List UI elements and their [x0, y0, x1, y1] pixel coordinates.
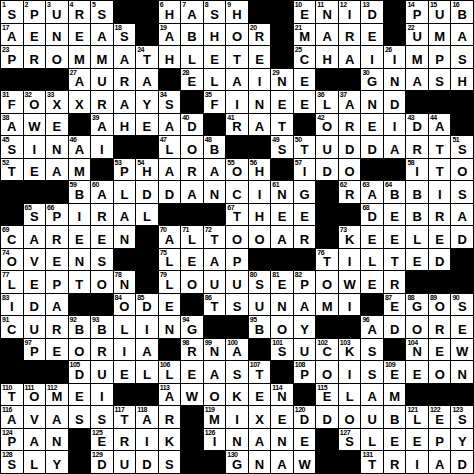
grid-cell[interactable]: 31F [1, 91, 23, 113]
grid-cell[interactable]: A [181, 181, 203, 203]
grid-cell[interactable]: D [24, 294, 46, 316]
grid-cell[interactable]: 12I [339, 1, 361, 23]
grid-cell[interactable]: D [136, 181, 158, 203]
grid-cell[interactable]: E [46, 114, 68, 136]
grid-cell[interactable]: 26I [384, 46, 406, 68]
grid-cell[interactable]: D [429, 249, 451, 271]
grid-cell[interactable]: M [384, 384, 406, 406]
grid-cell[interactable]: S [91, 406, 113, 428]
grid-cell[interactable]: O [271, 316, 293, 338]
grid-cell[interactable]: A [451, 204, 473, 226]
grid-cell[interactable]: O [249, 226, 271, 248]
grid-cell[interactable]: E [451, 316, 473, 338]
grid-cell[interactable]: E [361, 114, 383, 136]
grid-cell[interactable]: W [181, 384, 203, 406]
grid-cell[interactable]: R [91, 91, 113, 113]
grid-cell[interactable]: N [271, 429, 293, 451]
grid-cell[interactable]: E [24, 24, 46, 46]
grid-cell[interactable]: 116A [1, 406, 23, 428]
grid-cell[interactable]: R [114, 69, 136, 91]
grid-cell[interactable]: L [361, 429, 383, 451]
grid-cell[interactable]: 27A [69, 69, 91, 91]
grid-cell[interactable]: A [136, 69, 158, 91]
grid-cell[interactable]: 56H [249, 159, 271, 181]
grid-cell[interactable]: 8S [204, 1, 226, 23]
grid-cell[interactable]: I [136, 316, 158, 338]
grid-cell[interactable]: I [339, 249, 361, 271]
grid-cell[interactable]: 125E [91, 429, 113, 451]
grid-cell[interactable]: D [316, 159, 338, 181]
grid-cell[interactable]: 65S [24, 204, 46, 226]
grid-cell[interactable]: P [46, 271, 68, 293]
grid-cell[interactable]: B [406, 181, 428, 203]
grid-cell[interactable]: 66P [46, 204, 68, 226]
grid-cell[interactable]: M [69, 159, 91, 181]
grid-cell[interactable]: M [316, 294, 338, 316]
grid-cell[interactable]: 7A [181, 1, 203, 23]
grid-cell[interactable]: 103K [339, 339, 361, 361]
grid-cell[interactable]: R [429, 204, 451, 226]
grid-cell[interactable]: R [384, 451, 406, 473]
grid-cell[interactable]: N [46, 24, 68, 46]
grid-cell[interactable]: B [181, 24, 203, 46]
grid-cell[interactable]: 42O [316, 114, 338, 136]
grid-cell[interactable]: W [294, 451, 316, 473]
grid-cell[interactable]: A [451, 24, 473, 46]
grid-cell[interactable]: 111O [24, 384, 46, 406]
grid-cell[interactable]: L [114, 316, 136, 338]
grid-cell[interactable]: N [384, 69, 406, 91]
grid-cell[interactable]: I [249, 69, 271, 91]
grid-cell[interactable]: 24T [136, 46, 158, 68]
grid-cell[interactable]: A [114, 91, 136, 113]
grid-cell[interactable]: 71L [181, 226, 203, 248]
grid-cell[interactable]: 30G [361, 69, 383, 91]
grid-cell[interactable]: 38A [1, 114, 23, 136]
grid-cell[interactable]: A [114, 46, 136, 68]
grid-cell[interactable]: O [429, 361, 451, 383]
grid-cell[interactable]: S [451, 46, 473, 68]
grid-cell[interactable]: V [24, 406, 46, 428]
grid-cell[interactable]: R [339, 24, 361, 46]
grid-cell[interactable]: 16B [451, 1, 473, 23]
grid-cell[interactable]: E [114, 361, 136, 383]
grid-cell[interactable]: A [249, 429, 271, 451]
grid-cell[interactable]: 99N [204, 339, 226, 361]
grid-cell[interactable]: R [384, 271, 406, 293]
grid-cell[interactable]: W [451, 339, 473, 361]
grid-cell[interactable]: 120D [294, 406, 316, 428]
grid-cell[interactable]: 37A [339, 91, 361, 113]
grid-cell[interactable]: 13D [361, 1, 383, 23]
grid-cell[interactable]: H [204, 24, 226, 46]
grid-cell[interactable]: 67T [226, 204, 248, 226]
grid-cell[interactable]: A [294, 294, 316, 316]
grid-cell[interactable]: K [159, 429, 181, 451]
grid-cell[interactable]: 6H [159, 1, 181, 23]
grid-cell[interactable]: 59B [69, 181, 91, 203]
grid-cell[interactable]: A [271, 226, 293, 248]
grid-cell[interactable]: 91C [1, 316, 23, 338]
grid-cell[interactable]: 95B [249, 316, 271, 338]
grid-cell[interactable]: O [69, 339, 91, 361]
grid-cell[interactable]: N [114, 226, 136, 248]
grid-cell[interactable]: T [384, 249, 406, 271]
grid-cell[interactable]: I [249, 181, 271, 203]
grid-cell[interactable]: P [429, 429, 451, 451]
grid-cell[interactable]: N [451, 361, 473, 383]
grid-cell[interactable]: E [361, 271, 383, 293]
grid-cell[interactable]: A [46, 406, 68, 428]
grid-cell[interactable]: 78N [114, 271, 136, 293]
grid-cell[interactable]: A [46, 159, 68, 181]
grid-cell[interactable]: P [429, 46, 451, 68]
grid-cell[interactable]: 92B [69, 316, 91, 338]
grid-cell[interactable]: T [429, 136, 451, 158]
grid-cell[interactable]: T [226, 46, 248, 68]
grid-cell[interactable]: 57I [294, 159, 316, 181]
grid-cell[interactable]: U [24, 316, 46, 338]
grid-cell[interactable]: D [384, 91, 406, 113]
grid-cell[interactable]: A [249, 114, 271, 136]
grid-cell[interactable]: L [406, 226, 428, 248]
grid-cell[interactable]: 36L [316, 91, 338, 113]
grid-cell[interactable]: E [384, 429, 406, 451]
grid-cell[interactable]: I [91, 384, 113, 406]
grid-cell[interactable]: O [181, 136, 203, 158]
grid-cell[interactable]: U [91, 361, 113, 383]
grid-cell[interactable]: A [159, 159, 181, 181]
grid-cell[interactable]: 98R [181, 339, 203, 361]
grid-cell[interactable]: N [226, 429, 248, 451]
grid-cell[interactable]: 108P [294, 361, 316, 383]
grid-cell[interactable]: 58I [406, 159, 428, 181]
grid-cell[interactable]: 51S [451, 136, 473, 158]
grid-cell[interactable]: E [181, 361, 203, 383]
grid-cell[interactable]: X [249, 406, 271, 428]
grid-cell[interactable]: D [361, 136, 383, 158]
grid-cell[interactable]: E [271, 91, 293, 113]
grid-cell[interactable]: 9H [226, 1, 248, 23]
grid-cell[interactable]: 28E [181, 69, 203, 91]
grid-cell[interactable]: N [271, 294, 293, 316]
grid-cell[interactable]: 46A [69, 136, 91, 158]
grid-cell[interactable]: A [114, 204, 136, 226]
grid-cell[interactable]: N [69, 249, 91, 271]
grid-cell[interactable]: 60A [91, 181, 113, 203]
grid-cell[interactable]: 84O [114, 294, 136, 316]
grid-cell[interactable]: 94G [181, 316, 203, 338]
grid-cell[interactable]: 96A [361, 316, 383, 338]
grid-cell[interactable]: 73K [339, 226, 361, 248]
grid-cell[interactable]: P [226, 249, 248, 271]
grid-cell[interactable]: W [339, 271, 361, 293]
grid-cell[interactable]: A [24, 226, 46, 248]
grid-cell[interactable]: R [339, 114, 361, 136]
grid-cell[interactable]: E [271, 204, 293, 226]
grid-cell[interactable]: 15U [429, 1, 451, 23]
grid-cell[interactable]: E [429, 226, 451, 248]
grid-cell[interactable]: R [24, 46, 46, 68]
grid-cell[interactable]: I [226, 91, 248, 113]
grid-cell[interactable]: 126I [204, 429, 226, 451]
grid-cell[interactable]: 106L [159, 361, 181, 383]
grid-cell[interactable]: U [249, 294, 271, 316]
grid-cell[interactable]: S [226, 361, 248, 383]
grid-cell[interactable]: 20R [249, 24, 271, 46]
grid-cell[interactable]: A [271, 451, 293, 473]
grid-cell[interactable]: L [181, 46, 203, 68]
grid-cell[interactable]: 102C [316, 339, 338, 361]
grid-cell[interactable]: 118A [136, 406, 158, 428]
grid-cell[interactable]: U [226, 271, 248, 293]
grid-cell[interactable]: A [226, 69, 248, 91]
grid-cell[interactable]: R [159, 406, 181, 428]
grid-cell[interactable]: 128S [1, 451, 23, 473]
grid-cell[interactable]: 129D [91, 451, 113, 473]
grid-cell[interactable]: A [204, 159, 226, 181]
grid-cell[interactable]: M [406, 46, 428, 68]
grid-cell[interactable]: B [384, 406, 406, 428]
grid-cell[interactable]: E [294, 69, 316, 91]
grid-cell[interactable]: O [226, 226, 248, 248]
grid-cell[interactable]: 119M [204, 406, 226, 428]
grid-cell[interactable]: 76T [316, 249, 338, 271]
grid-cell[interactable]: O [91, 271, 113, 293]
grid-cell[interactable]: 3U [46, 1, 68, 23]
grid-cell[interactable]: C [226, 181, 248, 203]
grid-cell[interactable]: S [451, 181, 473, 203]
grid-cell[interactable]: 90S [451, 294, 473, 316]
grid-cell[interactable]: L [136, 361, 158, 383]
grid-cell[interactable]: A [316, 24, 338, 46]
grid-cell[interactable]: N [159, 316, 181, 338]
grid-cell[interactable]: D [159, 181, 181, 203]
grid-cell[interactable]: R [294, 226, 316, 248]
grid-cell[interactable]: 17A [1, 24, 23, 46]
grid-cell[interactable]: L [114, 181, 136, 203]
grid-cell[interactable]: O [46, 46, 68, 68]
grid-cell[interactable]: 44A [429, 114, 451, 136]
grid-cell[interactable]: E [406, 249, 428, 271]
grid-cell[interactable]: R [406, 136, 428, 158]
grid-cell[interactable]: U [91, 69, 113, 91]
grid-cell[interactable]: 47L [159, 136, 181, 158]
grid-cell[interactable]: M [91, 46, 113, 68]
grid-cell[interactable]: 18S [114, 24, 136, 46]
grid-cell[interactable]: E [91, 226, 113, 248]
grid-cell[interactable]: 74O [1, 249, 23, 271]
grid-cell[interactable]: N [46, 136, 68, 158]
grid-cell[interactable]: E [384, 204, 406, 226]
grid-cell[interactable]: E [69, 226, 91, 248]
grid-cell[interactable]: A [339, 46, 361, 68]
grid-cell[interactable]: R [429, 316, 451, 338]
grid-cell[interactable]: D [136, 451, 158, 473]
grid-cell[interactable]: O [406, 316, 428, 338]
grid-cell[interactable]: A [429, 451, 451, 473]
grid-cell[interactable]: 14P [406, 1, 428, 23]
grid-cell[interactable]: N [361, 91, 383, 113]
grid-cell[interactable]: H [159, 46, 181, 68]
grid-cell[interactable]: N [249, 451, 271, 473]
grid-cell[interactable]: 32O [24, 91, 46, 113]
grid-cell[interactable]: 110T [1, 384, 23, 406]
grid-cell[interactable]: 69C [1, 226, 23, 248]
grid-cell[interactable]: R [46, 316, 68, 338]
grid-cell[interactable]: 112M [46, 384, 68, 406]
grid-cell[interactable]: I [361, 46, 383, 68]
grid-cell[interactable]: N [249, 91, 271, 113]
grid-cell[interactable]: S [91, 249, 113, 271]
grid-cell[interactable]: D [451, 226, 473, 248]
grid-cell[interactable]: E [46, 249, 68, 271]
grid-cell[interactable]: 79L [159, 271, 181, 293]
grid-cell[interactable]: 82P [294, 271, 316, 293]
grid-cell[interactable]: E [69, 384, 91, 406]
grid-cell[interactable]: 64B [384, 181, 406, 203]
grid-cell[interactable]: 104N [406, 339, 428, 361]
grid-cell[interactable]: E [159, 294, 181, 316]
grid-cell[interactable]: O [181, 271, 203, 293]
grid-cell[interactable]: E [136, 114, 158, 136]
grid-cell[interactable]: D [339, 136, 361, 158]
grid-cell[interactable]: 54H [136, 159, 158, 181]
grid-cell[interactable]: E [24, 271, 46, 293]
grid-cell[interactable]: N [204, 181, 226, 203]
grid-cell[interactable]: I [384, 114, 406, 136]
grid-cell[interactable]: E [429, 339, 451, 361]
grid-cell[interactable]: 97P [24, 339, 46, 361]
grid-cell[interactable]: 29N [271, 69, 293, 91]
grid-cell[interactable]: N [46, 429, 68, 451]
grid-cell[interactable]: Y [451, 429, 473, 451]
grid-cell[interactable]: 86T [204, 294, 226, 316]
grid-cell[interactable]: D [316, 406, 338, 428]
grid-cell[interactable]: 85D [136, 294, 158, 316]
grid-cell[interactable]: O [204, 384, 226, 406]
grid-cell[interactable]: E [294, 429, 316, 451]
grid-cell[interactable]: I [69, 204, 91, 226]
grid-cell[interactable]: A [91, 24, 113, 46]
grid-cell[interactable]: 105D [69, 361, 91, 383]
grid-cell[interactable]: E [406, 361, 428, 383]
grid-cell[interactable]: L [136, 204, 158, 226]
grid-cell[interactable]: 25C [294, 46, 316, 68]
grid-cell[interactable]: R [91, 204, 113, 226]
grid-cell[interactable]: U [316, 136, 338, 158]
grid-cell[interactable]: 4R [69, 1, 91, 23]
grid-cell[interactable]: I [24, 136, 46, 158]
grid-cell[interactable]: 33X [46, 91, 68, 113]
grid-cell[interactable]: E [249, 384, 271, 406]
grid-cell[interactable]: 75L [159, 249, 181, 271]
grid-cell[interactable]: A [384, 136, 406, 158]
grid-cell[interactable]: 52T [1, 159, 23, 181]
grid-cell[interactable]: A [361, 384, 383, 406]
grid-cell[interactable]: 23P [1, 46, 23, 68]
grid-cell[interactable]: 11N [316, 1, 338, 23]
grid-cell[interactable]: 49S [271, 136, 293, 158]
grid-cell[interactable]: V [24, 249, 46, 271]
grid-cell[interactable]: E [361, 226, 383, 248]
grid-cell[interactable]: L [24, 451, 46, 473]
grid-cell[interactable]: R [91, 339, 113, 361]
grid-cell[interactable]: A [204, 361, 226, 383]
grid-cell[interactable]: E [271, 406, 293, 428]
grid-cell[interactable]: S [429, 69, 451, 91]
grid-cell[interactable]: E [406, 429, 428, 451]
grid-cell[interactable]: E [294, 204, 316, 226]
grid-cell[interactable]: Y [136, 91, 158, 113]
grid-cell[interactable]: S [361, 361, 383, 383]
grid-cell[interactable]: O [339, 406, 361, 428]
grid-cell[interactable]: 87E [384, 294, 406, 316]
grid-cell[interactable]: 41R [226, 114, 248, 136]
grid-cell[interactable]: 53P [114, 159, 136, 181]
grid-cell[interactable]: 89O [429, 294, 451, 316]
grid-cell[interactable]: 113A [159, 384, 181, 406]
grid-cell[interactable]: R [46, 226, 68, 248]
grid-cell[interactable]: 62R [339, 181, 361, 203]
grid-cell[interactable]: W [24, 114, 46, 136]
grid-cell[interactable]: H [114, 114, 136, 136]
grid-cell[interactable]: E [24, 159, 46, 181]
grid-cell[interactable]: 2P [24, 1, 46, 23]
grid-cell[interactable]: O [339, 159, 361, 181]
grid-cell[interactable]: A [136, 339, 158, 361]
grid-cell[interactable]: D [451, 451, 473, 473]
grid-cell[interactable]: X [69, 91, 91, 113]
grid-cell[interactable]: T [69, 271, 91, 293]
grid-cell[interactable]: A [24, 429, 46, 451]
grid-cell[interactable]: L [361, 249, 383, 271]
grid-cell[interactable]: 124P [1, 429, 23, 451]
grid-cell[interactable]: B [406, 204, 428, 226]
grid-cell[interactable]: 10E [294, 1, 316, 23]
grid-cell[interactable]: U [114, 451, 136, 473]
grid-cell[interactable]: E [294, 91, 316, 113]
grid-cell[interactable]: H [316, 46, 338, 68]
grid-cell[interactable]: I [429, 181, 451, 203]
grid-cell[interactable]: T [271, 114, 293, 136]
grid-cell[interactable]: 19A [159, 24, 181, 46]
grid-cell[interactable]: L [339, 384, 361, 406]
grid-cell[interactable]: 101S [271, 339, 293, 361]
grid-cell[interactable]: 123S [451, 406, 473, 428]
grid-cell[interactable]: 80S [249, 271, 271, 293]
grid-cell[interactable]: R [114, 429, 136, 451]
grid-cell[interactable]: U [361, 406, 383, 428]
grid-cell[interactable]: I [114, 339, 136, 361]
grid-cell[interactable]: 127S [339, 429, 361, 451]
grid-cell[interactable]: 21M [294, 24, 316, 46]
grid-cell[interactable]: K [226, 384, 248, 406]
grid-cell[interactable]: 35F [204, 91, 226, 113]
grid-cell[interactable]: 130G [226, 451, 248, 473]
grid-cell[interactable]: A [159, 114, 181, 136]
grid-cell[interactable]: U [204, 271, 226, 293]
grid-cell[interactable]: 50T [294, 136, 316, 158]
grid-cell[interactable]: E [361, 24, 383, 46]
grid-cell[interactable]: I [339, 294, 361, 316]
grid-cell[interactable]: O [451, 159, 473, 181]
grid-cell[interactable]: 109E [384, 361, 406, 383]
grid-cell[interactable]: 40D [181, 114, 203, 136]
grid-cell[interactable]: 122E [429, 406, 451, 428]
grid-cell[interactable]: 55O [226, 159, 248, 181]
grid-cell[interactable]: D [384, 316, 406, 338]
